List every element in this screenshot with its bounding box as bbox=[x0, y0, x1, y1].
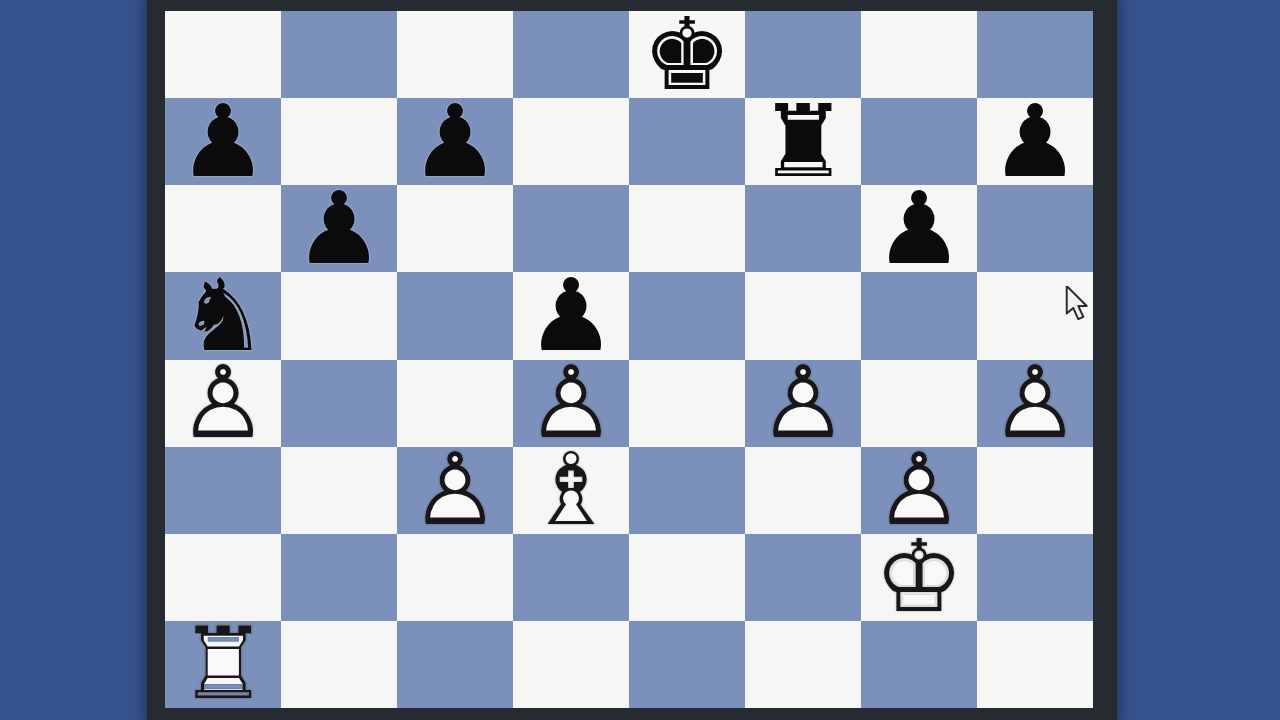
square-c1[interactable] bbox=[397, 621, 513, 708]
chess-board: ♚♟♟♜♟♟♟♞♟♟♙♟♙♟♙♟♙♟♙♝♗♟♙♚♔♜♖ bbox=[165, 11, 1093, 708]
square-h3[interactable] bbox=[977, 447, 1093, 534]
square-e4[interactable] bbox=[629, 360, 745, 447]
square-f5[interactable] bbox=[745, 272, 861, 359]
square-a1[interactable]: ♜♖ bbox=[165, 621, 281, 708]
square-d5[interactable]: ♟ bbox=[513, 272, 629, 359]
white-bishop-fill: ♝ bbox=[513, 447, 629, 534]
black-pawn[interactable]: ♟ bbox=[165, 98, 281, 185]
black-pawn[interactable]: ♟ bbox=[861, 185, 977, 272]
square-b4[interactable] bbox=[281, 360, 397, 447]
square-a2[interactable] bbox=[165, 534, 281, 621]
square-g4[interactable] bbox=[861, 360, 977, 447]
white-rook[interactable]: ♖ bbox=[165, 621, 281, 708]
square-b1[interactable] bbox=[281, 621, 397, 708]
white-pawn-fill: ♟ bbox=[165, 360, 281, 447]
square-f7[interactable]: ♜ bbox=[745, 98, 861, 185]
black-pawn[interactable]: ♟ bbox=[977, 98, 1093, 185]
square-c4[interactable] bbox=[397, 360, 513, 447]
square-b2[interactable] bbox=[281, 534, 397, 621]
square-d8[interactable] bbox=[513, 11, 629, 98]
square-e2[interactable] bbox=[629, 534, 745, 621]
square-f8[interactable] bbox=[745, 11, 861, 98]
square-h6[interactable] bbox=[977, 185, 1093, 272]
square-c6[interactable] bbox=[397, 185, 513, 272]
black-pawn[interactable]: ♟ bbox=[281, 185, 397, 272]
white-bishop[interactable]: ♗ bbox=[513, 447, 629, 534]
white-pawn[interactable]: ♙ bbox=[977, 360, 1093, 447]
square-g7[interactable] bbox=[861, 98, 977, 185]
square-e5[interactable] bbox=[629, 272, 745, 359]
square-d4[interactable]: ♟♙ bbox=[513, 360, 629, 447]
square-a4[interactable]: ♟♙ bbox=[165, 360, 281, 447]
white-pawn-fill: ♟ bbox=[513, 360, 629, 447]
square-d7[interactable] bbox=[513, 98, 629, 185]
white-pawn[interactable]: ♙ bbox=[745, 360, 861, 447]
square-g5[interactable] bbox=[861, 272, 977, 359]
black-king[interactable]: ♚ bbox=[629, 11, 745, 98]
square-f4[interactable]: ♟♙ bbox=[745, 360, 861, 447]
square-a8[interactable] bbox=[165, 11, 281, 98]
square-h7[interactable]: ♟ bbox=[977, 98, 1093, 185]
square-a7[interactable]: ♟ bbox=[165, 98, 281, 185]
square-f2[interactable] bbox=[745, 534, 861, 621]
board-frame: ♚♟♟♜♟♟♟♞♟♟♙♟♙♟♙♟♙♟♙♝♗♟♙♚♔♜♖ bbox=[147, 0, 1117, 720]
mouse-cursor-icon bbox=[1063, 286, 1093, 324]
square-g8[interactable] bbox=[861, 11, 977, 98]
white-rook-fill: ♜ bbox=[165, 621, 281, 708]
square-c7[interactable]: ♟ bbox=[397, 98, 513, 185]
square-c2[interactable] bbox=[397, 534, 513, 621]
square-f3[interactable] bbox=[745, 447, 861, 534]
square-b7[interactable] bbox=[281, 98, 397, 185]
square-h2[interactable] bbox=[977, 534, 1093, 621]
square-f1[interactable] bbox=[745, 621, 861, 708]
square-b3[interactable] bbox=[281, 447, 397, 534]
white-king-fill: ♚ bbox=[861, 534, 977, 621]
square-g6[interactable]: ♟ bbox=[861, 185, 977, 272]
square-d6[interactable] bbox=[513, 185, 629, 272]
square-h8[interactable] bbox=[977, 11, 1093, 98]
square-d3[interactable]: ♝♗ bbox=[513, 447, 629, 534]
white-pawn-fill: ♟ bbox=[977, 360, 1093, 447]
square-g1[interactable] bbox=[861, 621, 977, 708]
square-c8[interactable] bbox=[397, 11, 513, 98]
square-b5[interactable] bbox=[281, 272, 397, 359]
square-h1[interactable] bbox=[977, 621, 1093, 708]
square-f6[interactable] bbox=[745, 185, 861, 272]
square-d1[interactable] bbox=[513, 621, 629, 708]
black-knight[interactable]: ♞ bbox=[165, 272, 281, 359]
white-pawn[interactable]: ♙ bbox=[513, 360, 629, 447]
page-background: { "game": "chess", "position": { "fen": … bbox=[0, 0, 1280, 720]
white-pawn-fill: ♟ bbox=[397, 447, 513, 534]
square-e3[interactable] bbox=[629, 447, 745, 534]
square-a6[interactable] bbox=[165, 185, 281, 272]
square-e6[interactable] bbox=[629, 185, 745, 272]
square-h4[interactable]: ♟♙ bbox=[977, 360, 1093, 447]
black-rook[interactable]: ♜ bbox=[745, 98, 861, 185]
square-b8[interactable] bbox=[281, 11, 397, 98]
white-king[interactable]: ♔ bbox=[861, 534, 977, 621]
black-pawn[interactable]: ♟ bbox=[513, 272, 629, 359]
square-d2[interactable] bbox=[513, 534, 629, 621]
square-c5[interactable] bbox=[397, 272, 513, 359]
square-g2[interactable]: ♚♔ bbox=[861, 534, 977, 621]
square-b6[interactable]: ♟ bbox=[281, 185, 397, 272]
white-pawn[interactable]: ♙ bbox=[397, 447, 513, 534]
black-pawn[interactable]: ♟ bbox=[397, 98, 513, 185]
white-pawn[interactable]: ♙ bbox=[165, 360, 281, 447]
square-e1[interactable] bbox=[629, 621, 745, 708]
square-e7[interactable] bbox=[629, 98, 745, 185]
square-a5[interactable]: ♞ bbox=[165, 272, 281, 359]
square-e8[interactable]: ♚ bbox=[629, 11, 745, 98]
white-pawn-fill: ♟ bbox=[861, 447, 977, 534]
white-pawn[interactable]: ♙ bbox=[861, 447, 977, 534]
square-a3[interactable] bbox=[165, 447, 281, 534]
white-pawn-fill: ♟ bbox=[745, 360, 861, 447]
square-g3[interactable]: ♟♙ bbox=[861, 447, 977, 534]
square-c3[interactable]: ♟♙ bbox=[397, 447, 513, 534]
